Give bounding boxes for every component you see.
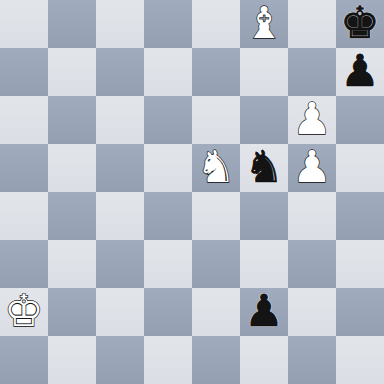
square-c7[interactable] <box>96 48 144 96</box>
square-a5[interactable] <box>0 144 48 192</box>
square-h1[interactable] <box>336 336 384 384</box>
white-pawn[interactable]: ♟ <box>292 95 331 143</box>
square-a7[interactable] <box>0 48 48 96</box>
square-e8[interactable] <box>192 0 240 48</box>
square-d7[interactable] <box>144 48 192 96</box>
square-f7[interactable] <box>240 48 288 96</box>
square-g1[interactable] <box>288 336 336 384</box>
square-f3[interactable] <box>240 240 288 288</box>
square-g7[interactable] <box>288 48 336 96</box>
square-f1[interactable] <box>240 336 288 384</box>
black-king[interactable]: ♚ <box>340 0 379 47</box>
square-g4[interactable] <box>288 192 336 240</box>
white-king[interactable]: ♚ <box>4 287 43 335</box>
square-d2[interactable] <box>144 288 192 336</box>
square-a3[interactable] <box>0 240 48 288</box>
square-g3[interactable] <box>288 240 336 288</box>
square-c4[interactable] <box>96 192 144 240</box>
square-c6[interactable] <box>96 96 144 144</box>
square-f8[interactable]: ♝ <box>240 0 288 48</box>
square-b1[interactable] <box>48 336 96 384</box>
square-b8[interactable] <box>48 0 96 48</box>
square-e7[interactable] <box>192 48 240 96</box>
square-g6[interactable]: ♟ <box>288 96 336 144</box>
square-b4[interactable] <box>48 192 96 240</box>
square-a2[interactable]: ♚ <box>0 288 48 336</box>
square-h2[interactable] <box>336 288 384 336</box>
white-bishop[interactable]: ♝ <box>244 0 283 47</box>
square-h6[interactable] <box>336 96 384 144</box>
chess-board: ♝♚♟♟♞♞♟♚♟ <box>0 0 384 384</box>
square-h8[interactable]: ♚ <box>336 0 384 48</box>
square-b5[interactable] <box>48 144 96 192</box>
black-pawn[interactable]: ♟ <box>244 287 283 335</box>
square-c1[interactable] <box>96 336 144 384</box>
square-a8[interactable] <box>0 0 48 48</box>
square-h3[interactable] <box>336 240 384 288</box>
square-d8[interactable] <box>144 0 192 48</box>
square-e5[interactable]: ♞ <box>192 144 240 192</box>
square-g2[interactable] <box>288 288 336 336</box>
square-b6[interactable] <box>48 96 96 144</box>
square-d5[interactable] <box>144 144 192 192</box>
square-f5[interactable]: ♞ <box>240 144 288 192</box>
square-e2[interactable] <box>192 288 240 336</box>
square-g8[interactable] <box>288 0 336 48</box>
square-b3[interactable] <box>48 240 96 288</box>
white-knight[interactable]: ♞ <box>196 143 235 191</box>
square-c5[interactable] <box>96 144 144 192</box>
black-pawn[interactable]: ♟ <box>340 47 379 95</box>
square-h4[interactable] <box>336 192 384 240</box>
square-a4[interactable] <box>0 192 48 240</box>
square-d4[interactable] <box>144 192 192 240</box>
square-d1[interactable] <box>144 336 192 384</box>
square-f4[interactable] <box>240 192 288 240</box>
black-knight[interactable]: ♞ <box>244 143 283 191</box>
square-c3[interactable] <box>96 240 144 288</box>
square-c8[interactable] <box>96 0 144 48</box>
square-e3[interactable] <box>192 240 240 288</box>
square-b2[interactable] <box>48 288 96 336</box>
square-a1[interactable] <box>0 336 48 384</box>
square-b7[interactable] <box>48 48 96 96</box>
square-g5[interactable]: ♟ <box>288 144 336 192</box>
square-d3[interactable] <box>144 240 192 288</box>
square-e1[interactable] <box>192 336 240 384</box>
square-h7[interactable]: ♟ <box>336 48 384 96</box>
square-f2[interactable]: ♟ <box>240 288 288 336</box>
square-h5[interactable] <box>336 144 384 192</box>
square-c2[interactable] <box>96 288 144 336</box>
square-f6[interactable] <box>240 96 288 144</box>
square-a6[interactable] <box>0 96 48 144</box>
white-pawn[interactable]: ♟ <box>292 143 331 191</box>
square-d6[interactable] <box>144 96 192 144</box>
square-e6[interactable] <box>192 96 240 144</box>
square-e4[interactable] <box>192 192 240 240</box>
